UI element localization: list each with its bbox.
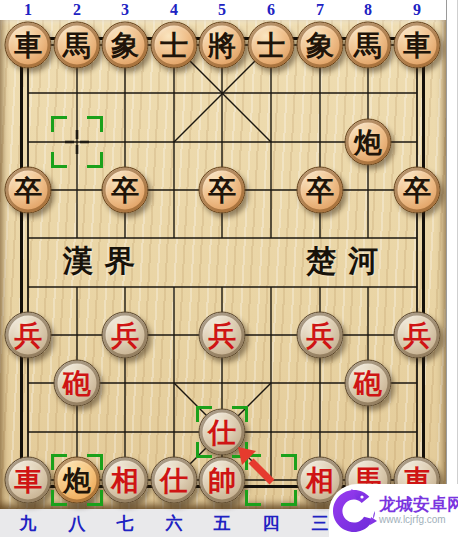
piece-black-卒-c7r3[interactable]: 卒 [297, 167, 344, 214]
watermark-site-name: 龙城安卓网 [379, 496, 458, 515]
piece-red-兵-c5r6[interactable]: 兵 [199, 312, 246, 359]
piece-red-砲-c8r7[interactable]: 砲 [345, 360, 392, 407]
window-edge-strip[interactable] [446, 0, 458, 537]
dragon-logo-icon [331, 487, 377, 535]
piece-black-卒-c3r3[interactable]: 卒 [102, 167, 149, 214]
piece-black-卒-c9r3[interactable]: 卒 [394, 167, 441, 214]
piece-red-兵-c3r6[interactable]: 兵 [102, 312, 149, 359]
watermark: 龙城安卓网 www.lcjrfg.com [329, 484, 458, 537]
watermark-site-url: www.lcjrfg.com [379, 514, 458, 525]
piece-black-卒-c1r3[interactable]: 卒 [5, 167, 52, 214]
piece-red-兵-c7r6[interactable]: 兵 [297, 312, 344, 359]
river-label-right: 楚河 [306, 241, 390, 282]
piece-black-炮-c8r2[interactable]: 炮 [345, 119, 392, 166]
river-label-left: 漢界 [63, 241, 147, 282]
piece-red-仕-c4r9[interactable]: 仕 [151, 457, 198, 504]
piece-red-帥-c5r9[interactable]: 帥 [199, 457, 246, 504]
piece-black-象-c7r0[interactable]: 象 [297, 22, 344, 69]
piece-black-馬-c8r0[interactable]: 馬 [345, 22, 392, 69]
piece-black-將-c5r0[interactable]: 將 [199, 22, 246, 69]
piece-red-相-c3r9[interactable]: 相 [102, 457, 149, 504]
piece-red-仕-c5r8[interactable]: 仕 [199, 409, 246, 456]
piece-black-馬-c2r0[interactable]: 馬 [54, 22, 101, 69]
piece-black-炮-c2r9[interactable]: 炮 [54, 457, 101, 504]
piece-black-車-c9r0[interactable]: 車 [394, 22, 441, 69]
piece-red-車-c1r9[interactable]: 車 [5, 457, 52, 504]
piece-red-砲-c2r7[interactable]: 砲 [54, 360, 101, 407]
piece-black-卒-c5r3[interactable]: 卒 [199, 167, 246, 214]
piece-black-士-c4r0[interactable]: 士 [151, 22, 198, 69]
piece-black-士-c6r0[interactable]: 士 [248, 22, 295, 69]
piece-black-象-c3r0[interactable]: 象 [102, 22, 149, 69]
piece-red-兵-c1r6[interactable]: 兵 [5, 312, 52, 359]
piece-black-車-c1r0[interactable]: 車 [5, 22, 52, 69]
xiangqi-app: 漢界 楚河 123456789 九八七六五四三二一 車馬象士將士象馬車炮卒卒卒卒… [0, 0, 458, 537]
piece-red-兵-c9r6[interactable]: 兵 [394, 312, 441, 359]
